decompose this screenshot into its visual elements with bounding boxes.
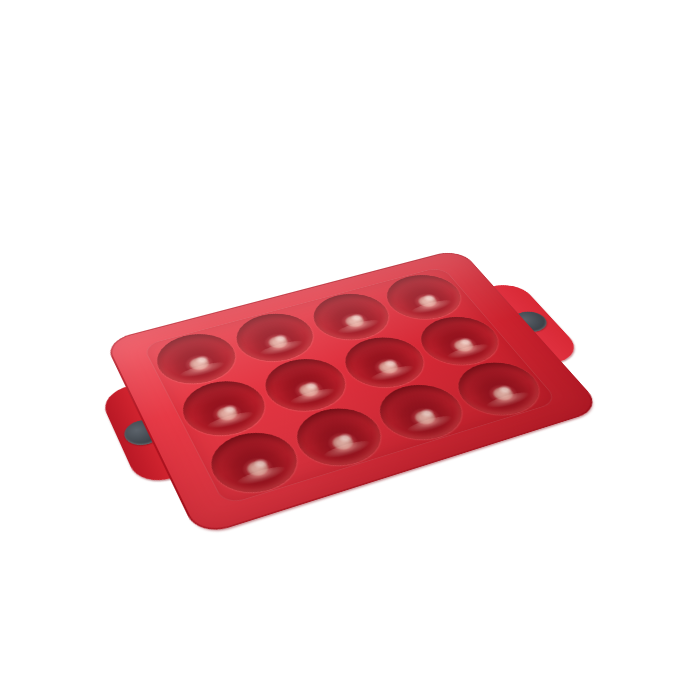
photo-scene (0, 0, 700, 700)
product-photo: Angled overhead view of a red 12-cup sil… (0, 0, 700, 700)
muffin-pan (104, 248, 604, 537)
